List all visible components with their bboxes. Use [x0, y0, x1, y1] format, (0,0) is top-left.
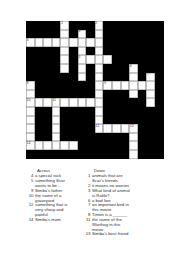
across-clue-list: 4a special rock5something Scar wants to … [28, 174, 70, 222]
clue-text: something that is very sharp and painful [35, 203, 70, 218]
down-clue-list: 1animals that are Scar's friends2it mean… [85, 174, 133, 237]
answer-cell[interactable]: 10 [26, 98, 35, 107]
black-cell [112, 55, 121, 64]
black-cell [69, 107, 78, 116]
black-cell [103, 30, 112, 39]
black-cell [112, 141, 121, 150]
black-cell [121, 116, 130, 125]
black-cell [103, 38, 112, 47]
clue-number: 11 [85, 218, 92, 233]
black-cell [155, 107, 164, 116]
black-cell [52, 55, 61, 64]
black-cell [86, 133, 95, 142]
black-cell [146, 150, 155, 159]
answer-cell[interactable] [86, 55, 95, 64]
cell-number: 12 [95, 124, 99, 128]
answer-cell[interactable] [121, 81, 130, 90]
black-cell [138, 55, 147, 64]
black-cell [103, 47, 112, 56]
cell-number: 11 [52, 98, 56, 102]
black-cell [121, 107, 130, 116]
black-cell [129, 98, 138, 107]
black-cell [69, 133, 78, 142]
black-cell [138, 116, 147, 125]
answer-cell[interactable] [52, 133, 61, 142]
black-cell [138, 98, 147, 107]
black-cell [121, 133, 130, 142]
answer-cell[interactable] [146, 81, 155, 90]
black-cell [43, 116, 52, 125]
black-cell [121, 30, 130, 39]
cell-number: 14 [27, 141, 31, 145]
black-cell [60, 90, 69, 99]
black-cell [112, 38, 121, 47]
answer-cell[interactable] [26, 90, 35, 99]
black-cell [103, 116, 112, 125]
answer-cell[interactable] [86, 38, 95, 47]
black-cell [86, 73, 95, 82]
black-cell [146, 133, 155, 142]
black-cell [121, 55, 130, 64]
black-cell [129, 47, 138, 56]
black-cell [121, 141, 130, 150]
answer-cell[interactable] [78, 47, 87, 56]
answer-cell[interactable] [35, 98, 44, 107]
black-cell [103, 141, 112, 150]
black-cell [60, 150, 69, 159]
black-cell [138, 150, 147, 159]
across-clues-section: Across 4a special rock5something Scar wa… [28, 169, 70, 223]
black-cell [155, 30, 164, 39]
black-cell [35, 90, 44, 99]
black-cell [69, 150, 78, 159]
answer-cell[interactable] [52, 141, 61, 150]
black-cell [95, 141, 104, 150]
answer-cell[interactable] [138, 81, 147, 90]
black-cell [138, 64, 147, 73]
black-cell [138, 90, 147, 99]
black-cell [103, 21, 112, 30]
black-cell [69, 124, 78, 133]
black-cell [86, 30, 95, 39]
answer-cell[interactable]: 14 [26, 141, 35, 150]
answer-cell[interactable]: 6 [129, 64, 138, 73]
black-cell [138, 38, 147, 47]
black-cell [52, 47, 61, 56]
clue-text: Simba's best friend [92, 232, 133, 237]
black-cell [86, 107, 95, 116]
answer-cell[interactable] [129, 90, 138, 99]
black-cell [112, 133, 121, 142]
answer-cell[interactable] [95, 98, 104, 107]
black-cell [86, 81, 95, 90]
black-cell [129, 38, 138, 47]
black-cell [43, 73, 52, 82]
answer-cell[interactable] [129, 81, 138, 90]
clue-item: 13Simba's best friend [85, 232, 133, 237]
answer-cell[interactable]: 4 [26, 38, 35, 47]
black-cell [86, 150, 95, 159]
black-cell [155, 116, 164, 125]
black-cell [78, 81, 87, 90]
answer-cell[interactable] [95, 107, 104, 116]
answer-cell[interactable] [60, 38, 69, 47]
answer-cell[interactable] [52, 116, 61, 125]
answer-cell[interactable] [129, 73, 138, 82]
black-cell [78, 141, 87, 150]
black-cell [60, 81, 69, 90]
black-cell [86, 90, 95, 99]
cell-number: 2 [95, 21, 97, 25]
black-cell [43, 107, 52, 116]
answer-cell[interactable] [78, 38, 87, 47]
black-cell [138, 47, 147, 56]
black-cell [95, 150, 104, 159]
black-cell [60, 124, 69, 133]
black-cell [78, 150, 87, 159]
black-cell [146, 141, 155, 150]
answer-cell[interactable] [103, 55, 112, 64]
black-cell [78, 90, 87, 99]
black-cell [146, 55, 155, 64]
answer-cell[interactable] [95, 81, 104, 90]
black-cell [43, 150, 52, 159]
black-cell [112, 98, 121, 107]
cell-number: 9 [104, 81, 106, 85]
cell-number: 8 [27, 81, 29, 85]
black-cell [52, 21, 61, 30]
answer-cell[interactable] [146, 90, 155, 99]
answer-cell[interactable] [95, 116, 104, 125]
black-cell [121, 150, 130, 159]
answer-cell[interactable] [95, 55, 104, 64]
black-cell [69, 21, 78, 30]
cell-number: 3 [78, 29, 80, 33]
answer-cell[interactable] [60, 30, 69, 39]
black-cell [35, 116, 44, 125]
black-cell [138, 21, 147, 30]
answer-cell[interactable] [112, 124, 121, 133]
black-cell [26, 55, 35, 64]
black-cell [121, 47, 130, 56]
answer-cell[interactable] [95, 73, 104, 82]
crossword-grid: 1234567891011121314 [26, 21, 164, 159]
black-cell [86, 64, 95, 73]
black-cell [43, 30, 52, 39]
cell-number: 4 [27, 38, 29, 42]
black-cell [26, 73, 35, 82]
answer-cell[interactable] [43, 141, 52, 150]
black-cell [78, 107, 87, 116]
black-cell [155, 55, 164, 64]
black-cell [35, 21, 44, 30]
answer-cell[interactable] [129, 150, 138, 159]
black-cell [35, 133, 44, 142]
black-cell [155, 124, 164, 133]
black-cell [69, 81, 78, 90]
black-cell [112, 21, 121, 30]
black-cell [86, 21, 95, 30]
black-cell [52, 64, 61, 73]
black-cell [78, 116, 87, 125]
black-cell [155, 133, 164, 142]
black-cell [103, 90, 112, 99]
black-cell [129, 30, 138, 39]
black-cell [121, 98, 130, 107]
answer-cell[interactable] [121, 124, 130, 133]
clue-text: Simba's mom [35, 218, 70, 223]
black-cell [69, 55, 78, 64]
black-cell [155, 90, 164, 99]
black-cell [35, 150, 44, 159]
clue-item: 14Simba's mom [28, 218, 70, 223]
answer-cell[interactable]: 9 [103, 81, 112, 90]
answer-cell[interactable] [26, 116, 35, 125]
answer-cell[interactable]: 11 [52, 98, 61, 107]
answer-cell[interactable]: 8 [26, 81, 35, 90]
black-cell [86, 47, 95, 56]
answer-cell[interactable] [69, 38, 78, 47]
black-cell [52, 81, 61, 90]
answer-cell[interactable]: 7 [146, 73, 155, 82]
answer-cell[interactable] [78, 98, 87, 107]
black-cell [26, 150, 35, 159]
black-cell [95, 133, 104, 142]
answer-cell[interactable] [69, 98, 78, 107]
black-cell [112, 64, 121, 73]
black-cell [69, 73, 78, 82]
black-cell [138, 30, 147, 39]
answer-cell[interactable] [60, 47, 69, 56]
answer-cell[interactable] [43, 38, 52, 47]
black-cell [43, 133, 52, 142]
answer-cell[interactable] [26, 124, 35, 133]
black-cell [146, 124, 155, 133]
black-cell [112, 150, 121, 159]
black-cell [138, 107, 147, 116]
black-cell [121, 21, 130, 30]
clue-number: 12 [28, 203, 35, 218]
answer-cell[interactable] [35, 38, 44, 47]
answer-cell[interactable]: 1 [60, 21, 69, 30]
black-cell [26, 30, 35, 39]
answer-cell[interactable] [78, 73, 87, 82]
answer-cell[interactable] [52, 124, 61, 133]
black-cell [103, 98, 112, 107]
black-cell [43, 90, 52, 99]
black-cell [138, 73, 147, 82]
black-cell [52, 90, 61, 99]
black-cell [86, 141, 95, 150]
black-cell [35, 64, 44, 73]
black-cell [112, 73, 121, 82]
answer-cell[interactable] [26, 133, 35, 142]
down-clues-section: Down 1animals that are Scar's friends2it… [85, 169, 133, 237]
answer-cell[interactable] [35, 141, 44, 150]
black-cell [155, 150, 164, 159]
black-cell [43, 21, 52, 30]
black-cell [69, 90, 78, 99]
crossword-worksheet: 1234567891011121314 Across 4a special ro… [0, 0, 180, 255]
black-cell [52, 150, 61, 159]
black-cell [112, 107, 121, 116]
answer-cell[interactable] [129, 141, 138, 150]
black-cell [155, 98, 164, 107]
black-cell [43, 55, 52, 64]
answer-cell[interactable] [60, 55, 69, 64]
black-cell [35, 30, 44, 39]
black-cell [86, 116, 95, 125]
black-cell [35, 107, 44, 116]
black-cell [138, 141, 147, 150]
answer-cell[interactable] [146, 98, 155, 107]
black-cell [43, 124, 52, 133]
cell-number: 6 [130, 64, 132, 68]
black-cell [52, 73, 61, 82]
black-cell [103, 107, 112, 116]
black-cell [103, 133, 112, 142]
answer-cell[interactable] [112, 81, 121, 90]
clue-number: 13 [85, 232, 92, 237]
black-cell [35, 81, 44, 90]
black-cell [112, 116, 121, 125]
answer-cell[interactable] [52, 38, 61, 47]
black-cell [121, 64, 130, 73]
black-cell [43, 81, 52, 90]
black-cell [146, 38, 155, 47]
black-cell [78, 133, 87, 142]
cell-number: 5 [78, 55, 80, 59]
clue-text: the name of the Warthog in this movie [92, 218, 133, 233]
black-cell [69, 116, 78, 125]
black-cell [35, 55, 44, 64]
black-cell [60, 133, 69, 142]
black-cell [103, 64, 112, 73]
answer-cell[interactable] [95, 30, 104, 39]
clue-item: 12something that is very sharp and painf… [28, 203, 70, 218]
answer-cell[interactable] [60, 64, 69, 73]
black-cell [112, 47, 121, 56]
black-cell [103, 73, 112, 82]
black-cell [138, 124, 147, 133]
black-cell [26, 64, 35, 73]
black-cell [43, 47, 52, 56]
answer-cell[interactable] [69, 141, 78, 150]
answer-cell[interactable]: 2 [95, 21, 104, 30]
black-cell [155, 81, 164, 90]
black-cell [35, 124, 44, 133]
clue-item: 11the name of the Warthog in this movie [85, 218, 133, 233]
black-cell [146, 47, 155, 56]
black-cell [155, 38, 164, 47]
answer-cell[interactable]: 3 [78, 30, 87, 39]
cell-number: 10 [27, 98, 31, 102]
black-cell [26, 21, 35, 30]
black-cell [35, 73, 44, 82]
black-cell [52, 30, 61, 39]
black-cell [69, 47, 78, 56]
answer-cell[interactable] [26, 107, 35, 116]
black-cell [121, 90, 130, 99]
black-cell [155, 73, 164, 82]
black-cell [146, 21, 155, 30]
clue-number: 14 [28, 218, 35, 223]
black-cell [121, 38, 130, 47]
black-cell [86, 124, 95, 133]
answer-cell[interactable]: 13 [129, 124, 138, 133]
black-cell [129, 21, 138, 30]
black-cell [146, 116, 155, 125]
black-cell [78, 21, 87, 30]
black-cell [146, 107, 155, 116]
black-cell [155, 21, 164, 30]
black-cell [69, 30, 78, 39]
black-cell [78, 124, 87, 133]
black-cell [129, 107, 138, 116]
answer-cell[interactable] [95, 90, 104, 99]
black-cell [35, 47, 44, 56]
black-cell [155, 141, 164, 150]
answer-cell[interactable] [60, 141, 69, 150]
black-cell [43, 64, 52, 73]
answer-cell[interactable] [78, 64, 87, 73]
black-cell [26, 47, 35, 56]
answer-cell[interactable] [86, 98, 95, 107]
black-cell [129, 55, 138, 64]
black-cell [146, 30, 155, 39]
black-cell [146, 64, 155, 73]
black-cell [69, 64, 78, 73]
answer-cell[interactable] [129, 133, 138, 142]
cell-number: 13 [130, 124, 134, 128]
answer-cell[interactable]: 5 [78, 55, 87, 64]
black-cell [129, 116, 138, 125]
answer-cell[interactable] [43, 98, 52, 107]
black-cell [103, 150, 112, 159]
answer-cell[interactable] [95, 64, 104, 73]
black-cell [155, 47, 164, 56]
answer-cell[interactable]: 12 [95, 124, 104, 133]
black-cell [112, 90, 121, 99]
black-cell [112, 30, 121, 39]
black-cell [60, 73, 69, 82]
black-cell [60, 107, 69, 116]
black-cell [138, 133, 147, 142]
cell-number: 1 [61, 21, 63, 25]
answer-cell[interactable] [95, 47, 104, 56]
answer-cell[interactable] [95, 38, 104, 47]
answer-cell[interactable] [103, 124, 112, 133]
answer-cell[interactable] [52, 107, 61, 116]
cell-number: 7 [147, 72, 149, 76]
black-cell [121, 73, 130, 82]
answer-cell[interactable] [60, 98, 69, 107]
black-cell [155, 64, 164, 73]
black-cell [60, 116, 69, 125]
